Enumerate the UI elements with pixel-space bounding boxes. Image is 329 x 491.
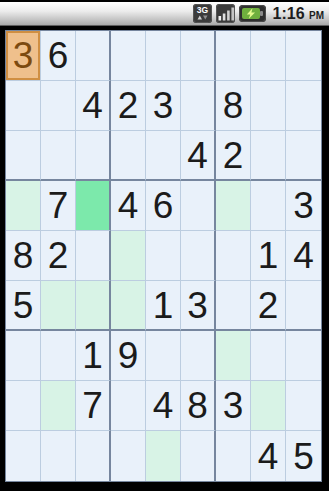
cell-r6c3[interactable]: [76, 281, 111, 331]
cell-r1c1[interactable]: 3: [6, 31, 41, 81]
cell-r6c2[interactable]: [41, 281, 76, 331]
clock-ampm: PM: [309, 10, 324, 21]
cell-r4c2[interactable]: 7: [41, 181, 76, 231]
network-type-label: 3G: [196, 5, 208, 15]
cell-r3c4[interactable]: [111, 131, 146, 181]
cell-r8c8[interactable]: [251, 381, 286, 431]
cell-r3c5[interactable]: [146, 131, 181, 181]
cell-r1c3[interactable]: [76, 31, 111, 81]
cell-r9c9[interactable]: 5: [286, 431, 321, 481]
signal-strength-icon: [216, 4, 235, 23]
sudoku-board: 3642384274638214513219748345: [5, 30, 322, 482]
cell-r6c5[interactable]: 1: [146, 281, 181, 331]
cell-r4c7[interactable]: [216, 181, 251, 231]
cell-r1c7[interactable]: [216, 31, 251, 81]
cell-r1c2[interactable]: 6: [41, 31, 76, 81]
cell-r2c4[interactable]: 2: [111, 81, 146, 131]
cell-r2c6[interactable]: [181, 81, 216, 131]
cell-r2c5[interactable]: 3: [146, 81, 181, 131]
cell-r6c1[interactable]: 5: [6, 281, 41, 331]
cell-r4c6[interactable]: [181, 181, 216, 231]
status-bar: 3G 1:16 PM: [0, 2, 329, 26]
cell-r5c2[interactable]: 2: [41, 231, 76, 281]
cell-r1c4[interactable]: [111, 31, 146, 81]
cell-r3c6[interactable]: 4: [181, 131, 216, 181]
cell-r4c1[interactable]: [6, 181, 41, 231]
cell-r5c4[interactable]: [111, 231, 146, 281]
cell-r5c5[interactable]: [146, 231, 181, 281]
cell-r9c4[interactable]: [111, 431, 146, 481]
clock-time: 1:16 PM: [273, 5, 324, 23]
cell-r9c2[interactable]: [41, 431, 76, 481]
cell-r1c9[interactable]: [286, 31, 321, 81]
cell-r4c5[interactable]: 6: [146, 181, 181, 231]
cell-r3c8[interactable]: [251, 131, 286, 181]
cell-r3c7[interactable]: 2: [216, 131, 251, 181]
cell-r8c3[interactable]: 7: [76, 381, 111, 431]
cell-r1c8[interactable]: [251, 31, 286, 81]
cell-r8c6[interactable]: 8: [181, 381, 216, 431]
cell-r2c8[interactable]: [251, 81, 286, 131]
cell-r1c6[interactable]: [181, 31, 216, 81]
cell-r7c3[interactable]: 1: [76, 331, 111, 381]
cell-r8c7[interactable]: 3: [216, 381, 251, 431]
cell-r5c1[interactable]: 8: [6, 231, 41, 281]
cell-r3c2[interactable]: [41, 131, 76, 181]
cell-r7c6[interactable]: [181, 331, 216, 381]
cell-r2c9[interactable]: [286, 81, 321, 131]
cell-r5c8[interactable]: 1: [251, 231, 286, 281]
cell-r7c8[interactable]: [251, 331, 286, 381]
cell-r9c3[interactable]: [76, 431, 111, 481]
cell-r2c7[interactable]: 8: [216, 81, 251, 131]
cell-r9c8[interactable]: 4: [251, 431, 286, 481]
cell-r5c7[interactable]: [216, 231, 251, 281]
cell-r4c9[interactable]: 3: [286, 181, 321, 231]
cell-r3c9[interactable]: [286, 131, 321, 181]
cell-r5c6[interactable]: [181, 231, 216, 281]
cell-r7c2[interactable]: [41, 331, 76, 381]
cell-r9c6[interactable]: [181, 431, 216, 481]
cell-r1c5[interactable]: [146, 31, 181, 81]
cell-r6c4[interactable]: [111, 281, 146, 331]
cell-r9c7[interactable]: [216, 431, 251, 481]
cell-r4c3[interactable]: [76, 181, 111, 231]
cell-r8c1[interactable]: [6, 381, 41, 431]
cell-r2c1[interactable]: [6, 81, 41, 131]
cell-r7c7[interactable]: [216, 331, 251, 381]
cell-r3c1[interactable]: [6, 131, 41, 181]
cell-r4c8[interactable]: [251, 181, 286, 231]
cell-r7c1[interactable]: [6, 331, 41, 381]
cell-r8c2[interactable]: [41, 381, 76, 431]
cell-r8c4[interactable]: [111, 381, 146, 431]
cell-r6c7[interactable]: [216, 281, 251, 331]
cell-r5c9[interactable]: 4: [286, 231, 321, 281]
cell-r6c8[interactable]: 2: [251, 281, 286, 331]
cell-r9c5[interactable]: [146, 431, 181, 481]
cell-r3c3[interactable]: [76, 131, 111, 181]
phone-screen: 3G 1:16 PM 3642384274638214513219748345: [0, 0, 329, 491]
cell-r8c9[interactable]: [286, 381, 321, 431]
cell-r7c5[interactable]: [146, 331, 181, 381]
cell-r6c6[interactable]: 3: [181, 281, 216, 331]
cell-r6c9[interactable]: [286, 281, 321, 331]
cell-r5c3[interactable]: [76, 231, 111, 281]
cell-r9c1[interactable]: [6, 431, 41, 481]
mobile-data-3g-icon: 3G: [193, 4, 212, 23]
battery-charging-icon: [239, 5, 266, 22]
cell-r7c4[interactable]: 9: [111, 331, 146, 381]
cell-r2c2[interactable]: [41, 81, 76, 131]
cell-r4c4[interactable]: 4: [111, 181, 146, 231]
clock-hours-minutes: 1:16: [273, 5, 305, 22]
cell-r7c9[interactable]: [286, 331, 321, 381]
cell-r2c3[interactable]: 4: [76, 81, 111, 131]
cell-r8c5[interactable]: 4: [146, 381, 181, 431]
